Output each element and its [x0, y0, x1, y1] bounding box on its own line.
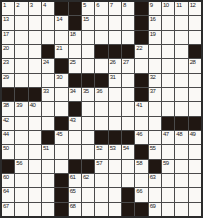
clue-number-58: 58 [136, 160, 142, 167]
cell-r9c6[interactable]: 43 [69, 117, 81, 130]
cell-r1c10[interactable]: 8 [122, 2, 134, 15]
cell-r6c5[interactable]: 30 [55, 74, 67, 87]
clue-number-31: 31 [110, 74, 116, 81]
cell-r15c13[interactable] [162, 203, 174, 216]
black-cell-r1c11 [135, 2, 147, 15]
cell-r13c15[interactable] [189, 174, 201, 187]
clue-number-37: 37 [150, 88, 156, 95]
cell-r10c2[interactable] [15, 131, 27, 144]
cell-r2c14[interactable] [175, 16, 187, 29]
cell-r5c6[interactable]: 25 [69, 59, 81, 72]
cell-r10c6[interactable] [69, 131, 81, 144]
black-cell-r15c11 [135, 203, 147, 216]
clue-number-19: 19 [150, 31, 156, 38]
cell-r2c12[interactable]: 16 [149, 16, 161, 29]
cell-r15c6[interactable]: 68 [69, 203, 81, 216]
clue-number-34: 34 [70, 88, 76, 95]
black-cell-r15c10 [122, 203, 134, 216]
black-cell-r12c12 [149, 160, 161, 173]
black-cell-r7c1 [2, 88, 14, 101]
clue-number-41: 41 [136, 102, 142, 109]
cell-r11c13[interactable] [162, 145, 174, 158]
black-cell-r12c7 [82, 160, 94, 173]
cell-r5c8[interactable] [95, 59, 107, 72]
cell-r10c12[interactable] [149, 131, 161, 144]
cell-r14c8[interactable] [95, 188, 107, 201]
cell-r4c12[interactable] [149, 45, 161, 58]
cell-r6c15[interactable] [189, 74, 201, 87]
clue-number-10: 10 [163, 2, 169, 9]
cell-r1c7[interactable]: 5 [82, 2, 94, 15]
cell-r13c8[interactable] [95, 174, 107, 187]
cell-r12c8[interactable]: 57 [95, 160, 107, 173]
black-cell-r12c6 [69, 160, 81, 173]
cell-r1c2[interactable]: 2 [15, 2, 27, 15]
clue-number-63: 63 [150, 174, 156, 181]
cell-r2c10[interactable] [122, 16, 134, 29]
cell-r2c3[interactable] [29, 16, 41, 29]
cell-r9c2[interactable] [15, 117, 27, 130]
cell-r11c1[interactable]: 50 [2, 145, 14, 158]
cell-r10c15[interactable]: 49 [189, 131, 201, 144]
black-cell-r12c1 [2, 160, 14, 173]
clue-number-25: 25 [70, 59, 76, 66]
cell-r14c1[interactable]: 64 [2, 188, 14, 201]
clue-number-8: 8 [123, 2, 126, 9]
clue-number-39: 39 [16, 102, 22, 109]
cell-r1c14[interactable]: 11 [175, 2, 187, 15]
cell-r7c8[interactable]: 36 [95, 88, 107, 101]
cell-r11c8[interactable]: 52 [95, 145, 107, 158]
clue-number-60: 60 [3, 174, 9, 181]
cell-r14c9[interactable] [109, 188, 121, 201]
clue-number-36: 36 [96, 88, 102, 95]
cell-r4c2[interactable] [15, 45, 27, 58]
black-cell-r6c11 [135, 74, 147, 87]
cell-r4c6[interactable] [69, 45, 81, 58]
cell-r8c9[interactable] [109, 102, 121, 115]
cell-r4c13[interactable] [162, 45, 174, 58]
cell-r1c9[interactable]: 7 [109, 2, 121, 15]
cell-r2c5[interactable]: 14 [55, 16, 67, 29]
cell-r14c12[interactable] [149, 188, 161, 201]
cell-r8c12[interactable] [149, 102, 161, 115]
clue-number-55: 55 [150, 145, 156, 152]
cell-r5c15[interactable]: 28 [189, 59, 201, 72]
cell-r6c2[interactable] [15, 74, 27, 87]
black-cell-r10c10 [122, 131, 134, 144]
cell-r2c7[interactable]: 15 [82, 16, 94, 29]
cell-r15c3[interactable] [29, 203, 41, 216]
cell-r9c1[interactable]: 42 [2, 117, 14, 130]
clue-number-50: 50 [3, 145, 9, 152]
cell-r11c10[interactable]: 54 [122, 145, 134, 158]
cell-r8c1[interactable]: 38 [2, 102, 14, 115]
cell-r5c2[interactable] [15, 59, 27, 72]
cell-r4c7[interactable] [82, 45, 94, 58]
cell-r13c7[interactable]: 62 [82, 174, 94, 187]
clue-number-48: 48 [176, 131, 182, 138]
cell-r2c9[interactable] [109, 16, 121, 29]
cell-r8c8[interactable] [95, 102, 107, 115]
cell-r1c12[interactable]: 9 [149, 2, 161, 15]
cell-r6c9[interactable]: 31 [109, 74, 121, 87]
cell-r3c4[interactable] [42, 31, 54, 44]
black-cell-r3c11 [135, 31, 147, 44]
cell-r6c14[interactable] [175, 74, 187, 87]
crossword-puzzle: 1234567891011121314151617181920212223242… [0, 0, 203, 218]
cell-r7c13[interactable] [162, 88, 174, 101]
cell-r5c13[interactable] [162, 59, 174, 72]
black-cell-r6c6 [69, 74, 81, 87]
cell-r8c13[interactable] [162, 102, 174, 115]
cell-r13c13[interactable] [162, 174, 174, 187]
cell-r10c7[interactable] [82, 131, 94, 144]
cell-r14c3[interactable] [29, 188, 41, 201]
clue-number-51: 51 [43, 145, 49, 152]
clue-number-21: 21 [56, 45, 62, 52]
clue-number-57: 57 [96, 160, 102, 167]
clue-number-47: 47 [163, 131, 169, 138]
cell-r12c14[interactable] [175, 160, 187, 173]
cell-r4c3[interactable] [29, 45, 41, 58]
cell-r11c7[interactable] [82, 145, 94, 158]
cell-r11c15[interactable] [189, 145, 201, 158]
cell-r4c5[interactable]: 21 [55, 45, 67, 58]
cell-r13c4[interactable] [42, 174, 54, 187]
cell-r3c8[interactable] [95, 31, 107, 44]
black-cell-r11c11 [135, 145, 147, 158]
clue-number-4: 4 [43, 2, 46, 9]
cell-r4c11[interactable]: 22 [135, 45, 147, 58]
black-cell-r7c2 [15, 88, 27, 101]
cell-r8c10[interactable] [122, 102, 134, 115]
cell-r2c15[interactable] [189, 16, 201, 29]
cell-r2c8[interactable] [95, 16, 107, 29]
cell-r9c11[interactable] [135, 117, 147, 130]
cell-r15c14[interactable] [175, 203, 187, 216]
black-cell-r6c8 [95, 74, 107, 87]
cell-r6c12[interactable]: 32 [149, 74, 161, 87]
clue-number-5: 5 [83, 2, 86, 9]
clue-number-44: 44 [3, 131, 9, 138]
black-cell-r4c10 [122, 45, 134, 58]
black-cell-r14c5 [55, 188, 67, 201]
clue-number-18: 18 [70, 31, 76, 38]
cell-r8c7[interactable] [82, 102, 94, 115]
cell-r7c7[interactable]: 35 [82, 88, 94, 101]
cell-r15c7[interactable] [82, 203, 94, 216]
cell-r5c4[interactable]: 24 [42, 59, 54, 72]
cell-r8c2[interactable]: 39 [15, 102, 27, 115]
cell-r1c1[interactable]: 1 [2, 2, 14, 15]
cell-r3c10[interactable] [122, 31, 134, 44]
clue-number-38: 38 [3, 102, 9, 109]
black-cell-r14c10 [122, 188, 134, 201]
clue-number-66: 66 [136, 188, 142, 195]
cell-r7c15[interactable] [189, 88, 201, 101]
black-cell-r6c7 [82, 74, 94, 87]
black-cell-r1c6 [69, 2, 81, 15]
cell-r5c12[interactable] [149, 59, 161, 72]
clue-number-7: 7 [110, 2, 113, 9]
clue-number-24: 24 [43, 59, 49, 66]
cell-r8c11[interactable]: 41 [135, 102, 147, 115]
black-cell-r10c4 [42, 131, 54, 144]
clue-number-61: 61 [70, 174, 76, 181]
black-cell-r15c5 [55, 203, 67, 216]
cell-r14c6[interactable]: 65 [69, 188, 81, 201]
clue-number-28: 28 [190, 59, 196, 66]
cell-r14c4[interactable] [42, 188, 54, 201]
cell-r2c4[interactable] [42, 16, 54, 29]
clue-number-59: 59 [163, 160, 169, 167]
cell-r3c1[interactable]: 17 [2, 31, 14, 44]
clue-number-13: 13 [3, 16, 9, 23]
cell-r14c7[interactable] [82, 188, 94, 201]
cell-r11c4[interactable]: 51 [42, 145, 54, 158]
cell-r8c4[interactable] [42, 102, 54, 115]
clue-number-30: 30 [56, 74, 62, 81]
clue-number-29: 29 [3, 74, 9, 81]
clue-number-32: 32 [150, 74, 156, 81]
black-cell-r4c8 [95, 45, 107, 58]
cell-r1c15[interactable]: 12 [189, 2, 201, 15]
cell-r3c3[interactable] [29, 31, 41, 44]
cell-r9c8[interactable] [95, 117, 107, 130]
cell-r6c1[interactable]: 29 [2, 74, 14, 87]
black-cell-r10c9 [109, 131, 121, 144]
cell-r7c4[interactable]: 33 [42, 88, 54, 101]
cell-r12c5[interactable] [55, 160, 67, 173]
clue-number-64: 64 [3, 188, 9, 195]
cell-r2c13[interactable] [162, 16, 174, 29]
clue-number-33: 33 [43, 88, 49, 95]
cell-r7c6[interactable]: 34 [69, 88, 81, 101]
cell-r5c10[interactable]: 27 [122, 59, 134, 72]
clue-number-52: 52 [96, 145, 102, 152]
cell-r9c3[interactable] [29, 117, 41, 130]
clue-number-22: 22 [136, 45, 142, 52]
cell-r9c12[interactable] [149, 117, 161, 130]
cell-r1c3[interactable]: 3 [29, 2, 41, 15]
black-cell-r7c3 [29, 88, 41, 101]
cell-r7c9[interactable] [109, 88, 121, 101]
cell-r4c14[interactable] [175, 45, 187, 58]
cell-r6c13[interactable] [162, 74, 174, 87]
clue-number-46: 46 [136, 131, 142, 138]
black-cell-r5c5 [55, 59, 67, 72]
clue-number-17: 17 [3, 31, 9, 38]
clue-number-65: 65 [70, 188, 76, 195]
cell-r6c10[interactable] [122, 74, 134, 87]
cell-r1c4[interactable]: 4 [42, 2, 54, 15]
cell-r11c2[interactable] [15, 145, 27, 158]
cell-r3c12[interactable]: 19 [149, 31, 161, 44]
cell-r12c2[interactable]: 56 [15, 160, 27, 173]
cell-r10c14[interactable]: 48 [175, 131, 187, 144]
cell-r6c4[interactable] [42, 74, 54, 87]
black-cell-r9c13 [162, 117, 174, 130]
cell-r15c8[interactable] [95, 203, 107, 216]
cell-r1c8[interactable]: 6 [95, 2, 107, 15]
clue-number-49: 49 [190, 131, 196, 138]
cell-r13c6[interactable]: 61 [69, 174, 81, 187]
cell-r7c5[interactable] [55, 88, 67, 101]
cell-r6c3[interactable] [29, 74, 41, 87]
cell-r10c1[interactable]: 44 [2, 131, 14, 144]
cell-r2c2[interactable] [15, 16, 27, 29]
clue-number-68: 68 [70, 203, 76, 210]
clue-number-2: 2 [16, 2, 19, 9]
cell-r3c15[interactable] [189, 31, 201, 44]
crossword-board: 1234567891011121314151617181920212223242… [0, 0, 203, 218]
cell-r14c2[interactable] [15, 188, 27, 201]
clue-number-45: 45 [56, 131, 62, 138]
black-cell-r9c14 [175, 117, 187, 130]
cell-r11c12[interactable]: 55 [149, 145, 161, 158]
clue-number-20: 20 [3, 45, 9, 52]
cell-r14c11[interactable]: 66 [135, 188, 147, 201]
cell-r5c11[interactable] [135, 59, 147, 72]
cell-r3c2[interactable] [15, 31, 27, 44]
black-cell-r9c15 [189, 117, 201, 130]
cell-r12c4[interactable] [42, 160, 54, 173]
cell-r5c14[interactable] [175, 59, 187, 72]
clue-number-6: 6 [96, 2, 99, 9]
cell-r10c5[interactable]: 45 [55, 131, 67, 144]
cell-r3c9[interactable] [109, 31, 121, 44]
cell-r14c15[interactable] [189, 188, 201, 201]
cell-r12c10[interactable] [122, 160, 134, 173]
cell-r3c6[interactable]: 18 [69, 31, 81, 44]
cell-r13c14[interactable] [175, 174, 187, 187]
cell-r7c12[interactable]: 37 [149, 88, 161, 101]
black-cell-r4c9 [109, 45, 121, 58]
cell-r5c7[interactable] [82, 59, 94, 72]
cell-r9c10[interactable] [122, 117, 134, 130]
cell-r5c3[interactable] [29, 59, 41, 72]
clue-number-3: 3 [30, 2, 33, 9]
cell-r13c2[interactable] [15, 174, 27, 187]
cell-r8c3[interactable]: 40 [29, 102, 41, 115]
clue-number-40: 40 [30, 102, 36, 109]
cell-r3c14[interactable] [175, 31, 187, 44]
clue-number-27: 27 [123, 59, 129, 66]
clue-number-15: 15 [83, 16, 89, 23]
clue-number-53: 53 [110, 145, 116, 152]
cell-r13c12[interactable]: 63 [149, 174, 161, 187]
cell-r13c1[interactable]: 60 [2, 174, 14, 187]
cell-r9c9[interactable] [109, 117, 121, 130]
cell-r11c14[interactable] [175, 145, 187, 158]
cell-r12c15[interactable] [189, 160, 201, 173]
cell-r15c1[interactable]: 67 [2, 203, 14, 216]
cell-r14c14[interactable] [175, 188, 187, 201]
clue-number-43: 43 [70, 117, 76, 124]
cell-r5c1[interactable]: 23 [2, 59, 14, 72]
cell-r15c9[interactable] [109, 203, 121, 216]
cell-r11c5[interactable] [55, 145, 67, 158]
cell-r8c14[interactable] [175, 102, 187, 115]
clue-number-11: 11 [176, 2, 181, 9]
black-cell-r10c8 [95, 131, 107, 144]
cell-r12c3[interactable] [29, 160, 41, 173]
clue-number-62: 62 [83, 174, 89, 181]
cell-r9c7[interactable] [82, 117, 94, 130]
clue-number-54: 54 [123, 145, 129, 152]
cell-r13c10[interactable] [122, 174, 134, 187]
cell-r2c1[interactable]: 13 [2, 16, 14, 29]
black-cell-r7c11 [135, 88, 147, 101]
clue-number-26: 26 [110, 59, 116, 66]
black-cell-r4c4 [42, 45, 54, 58]
cell-r8c15[interactable] [189, 102, 201, 115]
black-cell-r13c5 [55, 174, 67, 187]
black-cell-r8c6 [69, 102, 81, 115]
cell-r3c7[interactable] [82, 31, 94, 44]
clue-number-16: 16 [150, 16, 156, 23]
clue-number-56: 56 [16, 160, 22, 167]
cell-r15c15[interactable] [189, 203, 201, 216]
cell-r15c2[interactable] [15, 203, 27, 216]
clue-number-35: 35 [83, 88, 89, 95]
black-cell-r2c6 [69, 16, 81, 29]
cell-r10c11[interactable]: 46 [135, 131, 147, 144]
black-cell-r4c15 [189, 45, 201, 58]
cell-r1c13[interactable]: 10 [162, 2, 174, 15]
black-cell-r1c5 [55, 2, 67, 15]
cell-r13c9[interactable] [109, 174, 121, 187]
cell-r15c12[interactable]: 69 [149, 203, 161, 216]
cell-r12c9[interactable] [109, 160, 121, 173]
cell-r5c9[interactable]: 26 [109, 59, 121, 72]
cell-r11c6[interactable] [69, 145, 81, 158]
cell-r13c3[interactable] [29, 174, 41, 187]
clue-number-1: 1 [3, 2, 6, 9]
clue-number-67: 67 [3, 203, 9, 210]
cell-r10c13[interactable]: 47 [162, 131, 174, 144]
cell-r7c10[interactable] [122, 88, 134, 101]
cell-r9c4[interactable] [42, 117, 54, 130]
cell-r4c1[interactable]: 20 [2, 45, 14, 58]
clue-number-42: 42 [3, 117, 9, 124]
cell-r12c11[interactable]: 58 [135, 160, 147, 173]
clue-number-9: 9 [150, 2, 153, 9]
cell-r12c13[interactable]: 59 [162, 160, 174, 173]
clue-number-23: 23 [3, 59, 9, 66]
cell-r15c4[interactable] [42, 203, 54, 216]
clue-number-12: 12 [190, 2, 196, 9]
cell-r11c9[interactable]: 53 [109, 145, 121, 158]
cell-r8c5[interactable] [55, 102, 67, 115]
black-cell-r9c5 [55, 117, 67, 130]
cell-r3c5[interactable] [55, 31, 67, 44]
black-cell-r2c11 [135, 16, 147, 29]
cell-r3c13[interactable] [162, 31, 174, 44]
cell-r13c11[interactable] [135, 174, 147, 187]
cell-r14c13[interactable] [162, 188, 174, 201]
cell-r11c3[interactable] [29, 145, 41, 158]
cell-r10c3[interactable] [29, 131, 41, 144]
clue-number-14: 14 [56, 16, 62, 23]
cell-r7c14[interactable] [175, 88, 187, 101]
clue-number-69: 69 [150, 203, 156, 210]
